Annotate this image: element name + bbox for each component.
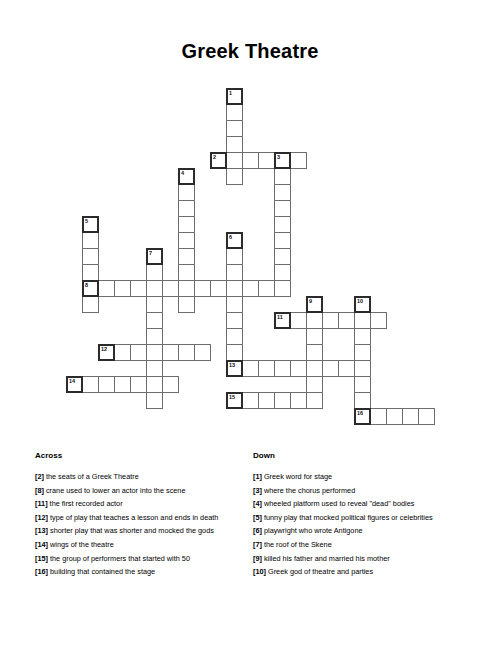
grid-cell[interactable] bbox=[354, 360, 371, 377]
grid-cell[interactable]: 10 bbox=[354, 296, 371, 313]
grid-cell[interactable] bbox=[354, 312, 371, 329]
grid-cell[interactable] bbox=[226, 152, 243, 169]
clue-text: the roof of the Skene bbox=[262, 540, 332, 549]
clue-text: wings of the theatre bbox=[48, 540, 114, 549]
grid-cell[interactable]: 3 bbox=[274, 152, 291, 169]
grid-cell[interactable] bbox=[82, 248, 99, 265]
grid-cell[interactable] bbox=[226, 120, 243, 137]
clue-text: wheeled platform used to reveal "dead" b… bbox=[262, 499, 414, 508]
grid-cell[interactable]: 8 bbox=[82, 280, 99, 297]
grid-cell[interactable] bbox=[354, 328, 371, 345]
cell-number: 4 bbox=[181, 170, 184, 176]
grid-cell[interactable] bbox=[258, 392, 275, 409]
grid-cell[interactable] bbox=[98, 280, 115, 297]
clue-item: [11] the first recorded actor bbox=[35, 497, 250, 511]
down-clues: Down [1] Greek word for stage[3] where t… bbox=[253, 451, 488, 579]
clue-text: funny play that mocked political figures… bbox=[262, 513, 433, 522]
clue-number: [7] bbox=[253, 540, 262, 549]
grid-cell[interactable] bbox=[210, 280, 227, 297]
grid-cell[interactable] bbox=[82, 376, 99, 393]
cell-number: 13 bbox=[229, 362, 235, 368]
page-title: Greek Theatre bbox=[0, 40, 500, 63]
clue-number: [6] bbox=[253, 526, 262, 535]
clue-text: Greek word for stage bbox=[262, 472, 332, 481]
clue-item: [16] building that contained the stage bbox=[35, 565, 250, 579]
grid-cell[interactable] bbox=[98, 376, 115, 393]
grid-cell[interactable] bbox=[114, 280, 131, 297]
grid-cell[interactable]: 7 bbox=[146, 248, 163, 265]
clue-item: [8] crane used to lower an actor into th… bbox=[35, 484, 250, 498]
clue-item: [4] wheeled platform used to reveal "dea… bbox=[253, 497, 488, 511]
grid-cell[interactable]: 4 bbox=[178, 168, 195, 185]
clue-item: [1] Greek word for stage bbox=[253, 470, 488, 484]
clue-item: [7] the roof of the Skene bbox=[253, 538, 488, 552]
grid-cell[interactable] bbox=[162, 280, 179, 297]
grid-cell[interactable] bbox=[354, 376, 371, 393]
grid-cell[interactable] bbox=[242, 152, 259, 169]
grid-cell[interactable] bbox=[306, 392, 323, 409]
grid-cell[interactable] bbox=[274, 184, 291, 201]
grid-cell[interactable] bbox=[178, 232, 195, 249]
grid-cell[interactable] bbox=[242, 392, 259, 409]
clue-number: [15] bbox=[35, 554, 48, 563]
grid-cell[interactable] bbox=[338, 312, 355, 329]
grid-cell[interactable] bbox=[226, 248, 243, 265]
clue-text: where the chorus performed bbox=[262, 486, 355, 495]
grid-cell[interactable] bbox=[178, 264, 195, 281]
clue-item: [10] Greek god of theatre and parties bbox=[253, 565, 488, 579]
grid-cell[interactable] bbox=[306, 360, 323, 377]
cell-number: 14 bbox=[69, 378, 75, 384]
grid-cell[interactable] bbox=[274, 168, 291, 185]
grid-cell[interactable] bbox=[130, 344, 147, 361]
grid-cell[interactable] bbox=[290, 312, 307, 329]
grid-cell[interactable]: 14 bbox=[66, 376, 83, 393]
grid-cell[interactable] bbox=[146, 312, 163, 329]
grid-cell[interactable] bbox=[114, 344, 131, 361]
across-clue-list: [2] the seats of a Greek Theatre[8] cran… bbox=[35, 470, 250, 579]
grid-cell[interactable] bbox=[306, 328, 323, 345]
cell-number: 15 bbox=[229, 394, 235, 400]
grid-cell[interactable]: 2 bbox=[210, 152, 227, 169]
grid-cell[interactable] bbox=[274, 216, 291, 233]
cell-number: 7 bbox=[149, 250, 152, 256]
cell-number: 6 bbox=[229, 234, 232, 240]
grid-cell[interactable] bbox=[258, 280, 275, 297]
across-clues: Across [2] the seats of a Greek Theatre[… bbox=[35, 451, 250, 579]
grid-cell[interactable] bbox=[338, 360, 355, 377]
grid-cell[interactable] bbox=[322, 312, 339, 329]
clue-number: [1] bbox=[253, 472, 262, 481]
cell-number: 3 bbox=[277, 154, 280, 160]
cell-number: 1 bbox=[229, 90, 232, 96]
clue-item: [14] wings of the theatre bbox=[35, 538, 250, 552]
clue-number: [10] bbox=[253, 567, 266, 576]
clue-number: [3] bbox=[253, 486, 262, 495]
grid-cell[interactable] bbox=[402, 408, 419, 425]
grid-cell[interactable]: 12 bbox=[98, 344, 115, 361]
grid-cell[interactable] bbox=[146, 392, 163, 409]
grid-cell[interactable] bbox=[130, 376, 147, 393]
grid-cell[interactable] bbox=[354, 344, 371, 361]
grid-cell[interactable] bbox=[258, 360, 275, 377]
clue-item: [15] the group of performers that starte… bbox=[35, 552, 250, 566]
grid-cell[interactable] bbox=[290, 152, 307, 169]
cell-number: 11 bbox=[277, 314, 283, 320]
grid-cell[interactable] bbox=[274, 280, 291, 297]
grid-cell[interactable] bbox=[242, 280, 259, 297]
grid-cell[interactable] bbox=[82, 296, 99, 313]
grid-cell[interactable]: 16 bbox=[354, 408, 371, 425]
grid-cell[interactable]: 15 bbox=[226, 392, 243, 409]
grid-cell[interactable] bbox=[146, 360, 163, 377]
clue-number: [13] bbox=[35, 526, 48, 535]
grid-cell[interactable] bbox=[178, 200, 195, 217]
grid-cell[interactable] bbox=[226, 136, 243, 153]
grid-cell[interactable] bbox=[146, 376, 163, 393]
clue-number: [14] bbox=[35, 540, 48, 549]
grid-cell[interactable] bbox=[370, 408, 387, 425]
grid-cell[interactable]: 5 bbox=[82, 216, 99, 233]
grid-cell[interactable] bbox=[322, 360, 339, 377]
grid-cell[interactable] bbox=[274, 248, 291, 265]
grid-cell[interactable]: 11 bbox=[274, 312, 291, 329]
clue-text: the first recorded actor bbox=[48, 499, 123, 508]
down-clue-list: [1] Greek word for stage[3] where the ch… bbox=[253, 470, 488, 579]
grid-cell[interactable] bbox=[162, 344, 179, 361]
clue-text: killed his father and married his mother bbox=[262, 554, 390, 563]
grid-cell[interactable] bbox=[274, 264, 291, 281]
clue-item: [12] type of play that teaches a lesson … bbox=[35, 511, 250, 525]
grid-cell[interactable] bbox=[306, 312, 323, 329]
grid-cell[interactable] bbox=[274, 232, 291, 249]
grid-cell[interactable] bbox=[226, 296, 243, 313]
grid-cell[interactable] bbox=[226, 264, 243, 281]
grid-cell[interactable] bbox=[274, 360, 291, 377]
grid-cell[interactable] bbox=[354, 392, 371, 409]
grid-cell[interactable] bbox=[146, 280, 163, 297]
cell-number: 9 bbox=[309, 298, 312, 304]
worksheet-page: Greek Theatre 12345678910111213141516 Ac… bbox=[0, 0, 500, 647]
cell-number: 12 bbox=[101, 346, 107, 352]
grid-cell[interactable] bbox=[194, 344, 211, 361]
grid-cell[interactable] bbox=[178, 216, 195, 233]
grid-cell[interactable] bbox=[146, 296, 163, 313]
grid-cell[interactable] bbox=[290, 392, 307, 409]
clue-number: [11] bbox=[35, 499, 48, 508]
grid-cell[interactable] bbox=[178, 248, 195, 265]
grid-cell[interactable] bbox=[178, 344, 195, 361]
grid-cell[interactable] bbox=[226, 312, 243, 329]
clue-text: playwright who wrote Antigone bbox=[262, 526, 363, 535]
clue-item: [6] playwright who wrote Antigone bbox=[253, 524, 488, 538]
grid-cell[interactable] bbox=[306, 376, 323, 393]
cell-number: 2 bbox=[213, 154, 216, 160]
clue-text: type of play that teaches a lesson and e… bbox=[48, 513, 218, 522]
grid-cell[interactable] bbox=[178, 296, 195, 313]
clue-number: [2] bbox=[35, 472, 44, 481]
grid-cell[interactable] bbox=[226, 280, 243, 297]
clue-text: building that contained the stage bbox=[48, 567, 155, 576]
grid-cell[interactable] bbox=[146, 264, 163, 281]
clue-item: [3] where the chorus performed bbox=[253, 484, 488, 498]
cell-number: 5 bbox=[85, 218, 88, 224]
grid-cell[interactable] bbox=[274, 392, 291, 409]
clue-number: [12] bbox=[35, 513, 48, 522]
across-header: Across bbox=[35, 451, 250, 460]
clue-text: shorter play that was shorter and mocked… bbox=[48, 526, 214, 535]
clue-number: [8] bbox=[35, 486, 44, 495]
grid-cell[interactable]: 1 bbox=[226, 88, 243, 105]
grid-cell[interactable] bbox=[178, 280, 195, 297]
grid-cell[interactable] bbox=[226, 104, 243, 121]
clue-item: [13] shorter play that was shorter and m… bbox=[35, 524, 250, 538]
grid-cell[interactable]: 6 bbox=[226, 232, 243, 249]
clue-item: [5] funny play that mocked political fig… bbox=[253, 511, 488, 525]
grid-cell[interactable] bbox=[194, 280, 211, 297]
grid-cell[interactable] bbox=[418, 408, 435, 425]
grid-cell[interactable] bbox=[114, 376, 131, 393]
grid-cell[interactable] bbox=[82, 264, 99, 281]
clue-number: [16] bbox=[35, 567, 48, 576]
grid-cell[interactable] bbox=[130, 280, 147, 297]
grid-cell[interactable] bbox=[226, 344, 243, 361]
down-header: Down bbox=[253, 451, 488, 460]
clue-number: [4] bbox=[253, 499, 262, 508]
cell-number: 10 bbox=[357, 298, 363, 304]
grid-cell[interactable] bbox=[242, 360, 259, 377]
grid-cell[interactable]: 9 bbox=[306, 296, 323, 313]
grid-cell[interactable] bbox=[290, 360, 307, 377]
grid-cell[interactable] bbox=[226, 168, 243, 185]
grid-cell[interactable] bbox=[386, 408, 403, 425]
clue-text: crane used to lower an actor into the sc… bbox=[44, 486, 186, 495]
grid-cell[interactable] bbox=[274, 200, 291, 217]
grid-cell[interactable] bbox=[82, 232, 99, 249]
clue-text: Greek god of theatre and parties bbox=[266, 567, 373, 576]
grid-cell[interactable] bbox=[226, 328, 243, 345]
clue-item: [9] killed his father and married his mo… bbox=[253, 552, 488, 566]
grid-cell[interactable] bbox=[178, 184, 195, 201]
grid-cell[interactable] bbox=[146, 344, 163, 361]
clue-text: the seats of a Greek Theatre bbox=[44, 472, 139, 481]
grid-cell[interactable] bbox=[370, 312, 387, 329]
grid-cell[interactable] bbox=[162, 376, 179, 393]
clue-number: [9] bbox=[253, 554, 262, 563]
cell-number: 8 bbox=[85, 282, 88, 288]
cell-number: 16 bbox=[357, 410, 363, 416]
clue-number: [5] bbox=[253, 513, 262, 522]
grid-cell[interactable]: 13 bbox=[226, 360, 243, 377]
grid-cell[interactable] bbox=[258, 152, 275, 169]
crossword-grid: 12345678910111213141516 bbox=[66, 88, 435, 425]
clue-item: [2] the seats of a Greek Theatre bbox=[35, 470, 250, 484]
clue-text: the group of performers that started wit… bbox=[48, 554, 190, 563]
grid-cell[interactable] bbox=[146, 328, 163, 345]
grid-cell[interactable] bbox=[306, 344, 323, 361]
